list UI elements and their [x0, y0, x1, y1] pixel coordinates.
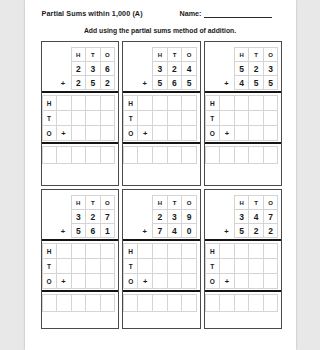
- addend1-tens-digit: 2: [249, 62, 263, 75]
- problem-box: + H T O 3 4 7 5 2 2 H T: [204, 189, 283, 329]
- partial-sum-row-label-tens: T: [43, 259, 56, 273]
- place-value-header-hundreds: H: [72, 48, 86, 61]
- place-value-header-tens: T: [86, 196, 100, 209]
- partial-sum-blank-cell: [249, 259, 263, 273]
- partial-sums-divider: [123, 91, 200, 93]
- answer-blank-cell: [101, 147, 115, 163]
- addend1-ones-digit: 3: [264, 62, 278, 75]
- answer-blank-cell: [264, 147, 278, 163]
- place-value-header-hundreds: H: [153, 48, 167, 61]
- addend2-hundreds-digit: 5: [72, 224, 86, 237]
- answer-divider: [42, 142, 119, 144]
- partial-sum-row-label-hundreds: H: [43, 244, 56, 258]
- addend2-ones-digit: 0: [182, 224, 196, 237]
- partial-sum-blank-cell: [168, 274, 182, 288]
- partial-sum-blank-cell: [182, 244, 196, 258]
- addend-plus-sign: +: [56, 77, 71, 90]
- partial-sum-plus-sign: +: [138, 126, 152, 140]
- addend2-ones-digit: 1: [101, 224, 115, 237]
- partial-sum-blank-cell: [86, 111, 100, 125]
- partial-sum-blank-cell: [264, 244, 278, 258]
- addend1-hundreds-digit: 3: [72, 210, 86, 223]
- answer-divider: [123, 290, 200, 292]
- partial-sum-blank-cell: [72, 259, 86, 273]
- addend1-hundreds-digit: 3: [153, 62, 167, 75]
- partial-sum-blank-cell: [57, 244, 71, 258]
- partial-sum-row-label-ones: O: [124, 126, 137, 140]
- partial-sum-blank-cell: [86, 274, 100, 288]
- addend2-tens-digit: 2: [249, 224, 263, 237]
- answer-blank-cell: [124, 295, 137, 311]
- place-value-grid: H T O 3 2 4 5 6 5: [152, 47, 197, 90]
- answer-blank-cell: [182, 295, 196, 311]
- answer-blank-cell: [206, 147, 219, 163]
- addend2-tens-digit: 5: [249, 76, 263, 89]
- worksheet-title: Partial Sums within 1,000 (A): [42, 9, 143, 18]
- partial-sum-blank-cell: [220, 244, 234, 258]
- partial-sum-blank-cell: [264, 274, 278, 288]
- partial-sum-blank-cell: [168, 111, 182, 125]
- addend1-hundreds-digit: 3: [235, 210, 249, 223]
- partial-sum-blank-cell: [153, 126, 167, 140]
- partial-sum-plus-sign: +: [138, 274, 152, 288]
- partial-sum-row-label-hundreds: H: [43, 96, 56, 110]
- addend-plus-sign: +: [137, 77, 152, 90]
- place-value-header-tens: T: [249, 196, 263, 209]
- partial-sum-blank-cell: [86, 244, 100, 258]
- addend-plus-sign: +: [219, 225, 234, 238]
- place-value-header-ones: O: [101, 196, 115, 209]
- addend2-tens-digit: 6: [168, 76, 182, 89]
- partial-sum-row-label-ones: O: [124, 274, 137, 288]
- partial-sums-divider: [123, 239, 200, 241]
- partial-sum-blank-cell: [153, 274, 167, 288]
- addend2-hundreds-digit: 7: [153, 224, 167, 237]
- partial-sum-blank-cell: [57, 96, 71, 110]
- addend1-tens-digit: 3: [86, 62, 100, 75]
- answer-blank-cell: [249, 147, 263, 163]
- answer-divider: [205, 142, 282, 144]
- addend1-ones-digit: 4: [182, 62, 196, 75]
- partial-sum-blank-cell: [72, 111, 86, 125]
- partial-sum-blank-cell: [249, 126, 263, 140]
- answer-blank-cell: [124, 147, 137, 163]
- partial-sum-row-label-tens: T: [206, 111, 219, 125]
- answer-row: [42, 294, 116, 312]
- partial-sum-blank-cell: [182, 126, 196, 140]
- answer-blank-cell: [264, 295, 278, 311]
- place-value-header-tens: T: [86, 48, 100, 61]
- addend2-ones-digit: 5: [264, 76, 278, 89]
- partial-sum-blank-cell: [235, 126, 249, 140]
- problem-box: + H T O 2 3 6 2 5 2 H T: [41, 41, 120, 186]
- partial-sum-plus-sign: +: [57, 274, 71, 288]
- answer-row: [123, 294, 197, 312]
- place-value-header-hundreds: H: [72, 196, 86, 209]
- name-underline: [204, 11, 272, 18]
- worksheet-page: Partial Sums within 1,000 (A) Name: Add …: [25, 0, 296, 350]
- answer-blank-cell: [57, 295, 71, 311]
- problem-box: + H T O 3 2 7 5 6 1 H T: [41, 189, 120, 329]
- answer-blank-cell: [153, 147, 167, 163]
- partial-sum-blank-cell: [101, 126, 115, 140]
- partial-sums-divider: [42, 239, 119, 241]
- answer-blank-cell: [235, 147, 249, 163]
- addend1-hundreds-digit: 2: [153, 210, 167, 223]
- problem-box: + H T O 3 2 4 5 6 5 H T: [122, 41, 201, 186]
- place-value-grid: H T O 3 4 7 5 2 2: [234, 195, 279, 238]
- addends-left-spacer: +: [42, 195, 71, 238]
- partial-sum-blank-cell: [182, 259, 196, 273]
- partial-sum-blank-cell: [168, 96, 182, 110]
- partial-sum-blank-cell: [235, 96, 249, 110]
- partial-sums-divider: [205, 91, 282, 93]
- answer-blank-cell: [206, 295, 219, 311]
- partial-sum-blank-cell: [235, 111, 249, 125]
- addends-section: + H T O 5 2 3 4 5 5: [205, 47, 279, 90]
- addends-left-spacer: +: [205, 47, 234, 90]
- partial-sum-blank-cell: [153, 244, 167, 258]
- partial-sums-grid: H T O +: [42, 95, 116, 141]
- partial-sum-blank-cell: [235, 274, 249, 288]
- partial-sum-blank-cell: [57, 259, 71, 273]
- place-value-header-tens: T: [249, 48, 263, 61]
- addend2-hundreds-digit: 4: [235, 76, 249, 89]
- partial-sum-row-label-tens: T: [124, 111, 137, 125]
- answer-row: [205, 294, 279, 312]
- partial-sum-row-label-hundreds: H: [206, 96, 219, 110]
- answer-blank-cell: [220, 295, 234, 311]
- addends-left-spacer: +: [123, 195, 152, 238]
- place-value-header-tens: T: [168, 196, 182, 209]
- answer-blank-cell: [57, 147, 71, 163]
- partial-sums-divider: [205, 239, 282, 241]
- answer-blank-cell: [43, 295, 56, 311]
- partial-sum-row-label-tens: T: [124, 259, 137, 273]
- partial-sum-blank-cell: [153, 259, 167, 273]
- addend2-hundreds-digit: 5: [235, 224, 249, 237]
- place-value-header-tens: T: [168, 48, 182, 61]
- addend1-hundreds-digit: 5: [235, 62, 249, 75]
- answer-blank-cell: [182, 147, 196, 163]
- answer-row: [205, 146, 279, 164]
- partial-sum-blank-cell: [264, 96, 278, 110]
- partial-sum-blank-cell: [72, 126, 86, 140]
- instruction-text: Add using the partial sums method of add…: [25, 27, 296, 34]
- partial-sum-blank-cell: [72, 96, 86, 110]
- addends-section: + H T O 3 2 7 5 6 1: [42, 195, 116, 238]
- answer-blank-cell: [235, 295, 249, 311]
- partial-sum-blank-cell: [153, 111, 167, 125]
- addend-plus-sign: +: [219, 77, 234, 90]
- addend1-hundreds-digit: 2: [72, 62, 86, 75]
- place-value-header-ones: O: [182, 196, 196, 209]
- addend2-ones-digit: 2: [101, 76, 115, 89]
- addends-left-spacer: +: [205, 195, 234, 238]
- partial-sum-blank-cell: [168, 259, 182, 273]
- place-value-header-ones: O: [264, 196, 278, 209]
- partial-sums-divider: [42, 91, 119, 93]
- partial-sum-blank-cell: [168, 244, 182, 258]
- partial-sum-blank-cell: [182, 274, 196, 288]
- place-value-header-hundreds: H: [153, 196, 167, 209]
- place-value-header-ones: O: [264, 48, 278, 61]
- partial-sum-row-label-ones: O: [43, 274, 56, 288]
- partial-sums-grid: H T O +: [42, 243, 116, 289]
- partial-sum-blank-cell: [138, 259, 152, 273]
- answer-blank-cell: [168, 295, 182, 311]
- partial-sum-row-label-hundreds: H: [124, 244, 137, 258]
- addend2-tens-digit: 6: [86, 224, 100, 237]
- partial-sum-blank-cell: [264, 259, 278, 273]
- answer-blank-cell: [168, 147, 182, 163]
- partial-sum-blank-cell: [101, 96, 115, 110]
- place-value-header-ones: O: [182, 48, 196, 61]
- partial-sum-row-label-hundreds: H: [124, 96, 137, 110]
- addends-section: + H T O 3 2 4 5 6 5: [123, 47, 197, 90]
- addend1-ones-digit: 7: [264, 210, 278, 223]
- partial-sum-plus-sign: +: [220, 274, 234, 288]
- answer-blank-cell: [138, 295, 152, 311]
- answer-row: [42, 146, 116, 164]
- partial-sum-blank-cell: [182, 96, 196, 110]
- partial-sum-blank-cell: [138, 244, 152, 258]
- place-value-grid: H T O 2 3 6 2 5 2: [71, 47, 116, 90]
- place-value-header-hundreds: H: [235, 48, 249, 61]
- partial-sum-row-label-hundreds: H: [206, 244, 219, 258]
- partial-sum-row-label-ones: O: [43, 126, 56, 140]
- addend1-ones-digit: 9: [182, 210, 196, 223]
- place-value-grid: H T O 3 2 7 5 6 1: [71, 195, 116, 238]
- partial-sum-blank-cell: [101, 274, 115, 288]
- answer-blank-cell: [101, 295, 115, 311]
- partial-sums-grid: H T O +: [205, 95, 279, 141]
- addend1-ones-digit: 7: [101, 210, 115, 223]
- partial-sum-blank-cell: [235, 259, 249, 273]
- addends-left-spacer: +: [42, 47, 71, 90]
- answer-divider: [42, 290, 119, 292]
- partial-sum-blank-cell: [153, 96, 167, 110]
- partial-sum-blank-cell: [220, 259, 234, 273]
- partial-sums-grid: H T O +: [123, 243, 197, 289]
- partial-sum-blank-cell: [249, 244, 263, 258]
- answer-blank-cell: [249, 295, 263, 311]
- answer-divider: [123, 142, 200, 144]
- place-value-grid: H T O 2 3 9 7 4 0: [152, 195, 197, 238]
- partial-sum-blank-cell: [57, 111, 71, 125]
- partial-sums-grid: H T O +: [123, 95, 197, 141]
- problems-grid: + H T O 2 3 6 2 5 2 H T: [41, 41, 283, 329]
- partial-sum-row-label-tens: T: [206, 259, 219, 273]
- partial-sum-blank-cell: [220, 96, 234, 110]
- addend1-ones-digit: 6: [101, 62, 115, 75]
- addend1-tens-digit: 2: [168, 62, 182, 75]
- partial-sum-blank-cell: [138, 96, 152, 110]
- addends-section: + H T O 2 3 6 2 5 2: [42, 47, 116, 90]
- partial-sum-blank-cell: [264, 126, 278, 140]
- partial-sum-blank-cell: [235, 244, 249, 258]
- addend1-tens-digit: 4: [249, 210, 263, 223]
- answer-divider: [205, 290, 282, 292]
- name-label: Name:: [180, 9, 202, 18]
- partial-sum-plus-sign: +: [220, 126, 234, 140]
- addend2-hundreds-digit: 2: [72, 76, 86, 89]
- answer-blank-cell: [220, 147, 234, 163]
- partial-sums-grid: H T O +: [205, 243, 279, 289]
- partial-sum-blank-cell: [72, 244, 86, 258]
- addend2-ones-digit: 5: [182, 76, 196, 89]
- partial-sum-blank-cell: [220, 111, 234, 125]
- addends-section: + H T O 3 4 7 5 2 2: [205, 195, 279, 238]
- partial-sum-blank-cell: [86, 259, 100, 273]
- partial-sum-blank-cell: [101, 111, 115, 125]
- addend-plus-sign: +: [137, 225, 152, 238]
- partial-sum-row-label-ones: O: [206, 126, 219, 140]
- place-value-header-ones: O: [101, 48, 115, 61]
- name-field: Name:: [180, 9, 273, 18]
- problem-box: + H T O 5 2 3 4 5 5 H T: [204, 41, 283, 186]
- answer-blank-cell: [72, 147, 86, 163]
- answer-blank-cell: [86, 147, 100, 163]
- addends-section: + H T O 2 3 9 7 4 0: [123, 195, 197, 238]
- partial-sum-plus-sign: +: [57, 126, 71, 140]
- addend2-tens-digit: 5: [86, 76, 100, 89]
- answer-blank-cell: [43, 147, 56, 163]
- addend1-tens-digit: 2: [86, 210, 100, 223]
- addend2-tens-digit: 4: [168, 224, 182, 237]
- place-value-grid: H T O 5 2 3 4 5 5: [234, 47, 279, 90]
- partial-sum-blank-cell: [249, 274, 263, 288]
- addend2-hundreds-digit: 5: [153, 76, 167, 89]
- partial-sum-blank-cell: [72, 274, 86, 288]
- partial-sum-blank-cell: [249, 111, 263, 125]
- partial-sum-row-label-tens: T: [43, 111, 56, 125]
- partial-sum-blank-cell: [168, 126, 182, 140]
- addend-plus-sign: +: [56, 225, 71, 238]
- partial-sum-blank-cell: [101, 244, 115, 258]
- partial-sum-blank-cell: [138, 111, 152, 125]
- partial-sum-blank-cell: [182, 111, 196, 125]
- answer-blank-cell: [153, 295, 167, 311]
- answer-row: [123, 146, 197, 164]
- answer-blank-cell: [138, 147, 152, 163]
- partial-sum-blank-cell: [249, 96, 263, 110]
- answer-blank-cell: [86, 295, 100, 311]
- answer-blank-cell: [72, 295, 86, 311]
- addend2-ones-digit: 2: [264, 224, 278, 237]
- partial-sum-blank-cell: [101, 259, 115, 273]
- place-value-header-hundreds: H: [235, 196, 249, 209]
- addends-left-spacer: +: [123, 47, 152, 90]
- partial-sum-blank-cell: [264, 111, 278, 125]
- partial-sum-row-label-ones: O: [206, 274, 219, 288]
- partial-sum-blank-cell: [86, 126, 100, 140]
- problem-box: + H T O 2 3 9 7 4 0 H T: [122, 189, 201, 329]
- partial-sum-blank-cell: [86, 96, 100, 110]
- addend1-tens-digit: 3: [168, 210, 182, 223]
